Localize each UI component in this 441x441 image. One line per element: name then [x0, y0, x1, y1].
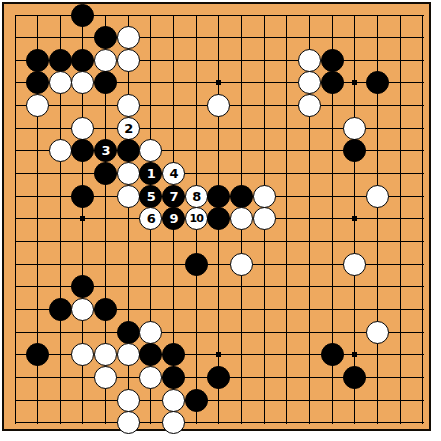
white-stone	[117, 389, 140, 412]
black-stone	[162, 366, 185, 389]
white-stone	[117, 94, 140, 117]
white-stone	[117, 49, 140, 72]
black-stone	[49, 49, 72, 72]
move-number-label: 1	[147, 167, 155, 180]
grid-line-vertical	[15, 15, 16, 424]
grid-line-horizontal	[15, 422, 424, 423]
black-stone	[117, 139, 140, 162]
star-point	[80, 216, 85, 221]
black-stone	[94, 298, 117, 321]
star-point	[216, 80, 221, 85]
white-stone	[343, 117, 366, 140]
move-number-label: 2	[124, 122, 132, 135]
move-number-label: 7	[170, 190, 178, 203]
white-stone	[117, 343, 140, 366]
grid-line-vertical	[286, 15, 287, 424]
grid-line-horizontal	[15, 173, 424, 174]
white-stone: 4	[162, 162, 185, 185]
black-stone	[26, 49, 49, 72]
black-stone	[185, 253, 208, 276]
black-stone: 7	[162, 185, 185, 208]
white-stone: 8	[185, 185, 208, 208]
black-stone	[94, 162, 117, 185]
white-stone	[139, 321, 162, 344]
black-stone	[321, 343, 344, 366]
move-number-label: 10	[190, 213, 203, 224]
star-point	[216, 352, 221, 357]
black-stone	[117, 321, 140, 344]
white-stone: 2	[117, 117, 140, 140]
star-point	[352, 352, 357, 357]
grid-line-vertical	[400, 15, 401, 424]
black-stone	[343, 366, 366, 389]
white-stone	[162, 389, 185, 412]
grid-line-horizontal	[15, 241, 424, 242]
star-point	[352, 80, 357, 85]
black-stone	[230, 185, 253, 208]
grid-line-vertical	[422, 15, 423, 424]
move-number-label: 3	[102, 144, 110, 157]
grid-line-horizontal	[15, 400, 424, 401]
black-stone: 5	[139, 185, 162, 208]
go-board-diagram: 23145786910	[0, 0, 441, 441]
black-stone	[49, 298, 72, 321]
star-point	[352, 216, 357, 221]
move-number-label: 9	[170, 212, 178, 225]
white-stone: 10	[185, 207, 208, 230]
move-number-label: 8	[192, 190, 200, 203]
white-stone	[117, 162, 140, 185]
black-stone	[207, 185, 230, 208]
white-stone	[117, 26, 140, 49]
white-stone	[253, 185, 276, 208]
black-stone	[321, 71, 344, 94]
white-stone	[117, 411, 140, 434]
white-stone	[253, 207, 276, 230]
black-stone	[71, 4, 94, 27]
white-stone	[366, 185, 389, 208]
black-stone	[321, 49, 344, 72]
move-number-label: 6	[147, 212, 155, 225]
black-stone	[71, 185, 94, 208]
white-stone	[366, 321, 389, 344]
white-stone	[298, 49, 321, 72]
move-number-label: 4	[170, 167, 178, 180]
white-stone	[117, 185, 140, 208]
black-stone	[185, 389, 208, 412]
white-stone	[94, 366, 117, 389]
white-stone	[94, 49, 117, 72]
white-stone	[343, 253, 366, 276]
grid-line-horizontal	[15, 332, 424, 333]
grid-line-horizontal	[15, 37, 424, 38]
move-number-label: 5	[147, 190, 155, 203]
white-stone	[230, 253, 253, 276]
white-stone	[298, 94, 321, 117]
